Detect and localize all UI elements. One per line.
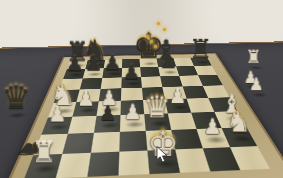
piece-wP-g2[interactable]: ♟ [186,117,239,137]
piece-bP-c3[interactable]: ♟ [83,103,133,123]
piece-wK-e1[interactable]: ♚ [134,127,193,162]
piece-wP-a3[interactable]: ♟ [33,105,83,125]
chess-app-viewport: ♛♞♜♟♟♝ ♜♞♚♝♜♟♟♟♟♟♞♟♟♟♟♟♟♛♟♞♜♚ [0,0,283,178]
piece-bP-f7[interactable]: ♟ [150,51,187,71]
piece-wR[interactable]: ♜ [235,49,271,67]
square-c2[interactable] [91,132,120,153]
piece-wR-a1[interactable]: ♜ [14,139,74,166]
piece-bP-a7[interactable]: ♟ [56,53,94,74]
piece-bR-h8[interactable]: ♜ [183,35,218,61]
square-c1[interactable] [87,152,119,177]
piece-bP-d6[interactable]: ♟ [112,62,152,82]
